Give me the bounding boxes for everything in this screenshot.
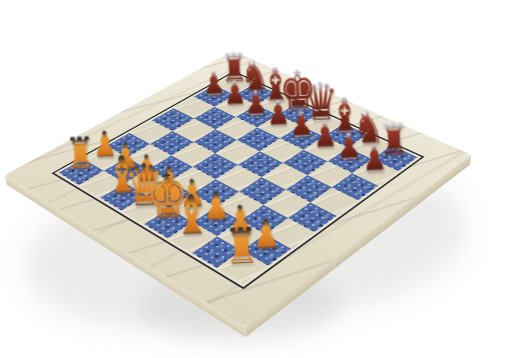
square-h7: ♟ (353, 159, 399, 185)
red-pawn-glyph: ♟ (312, 116, 338, 152)
playfield: ♜♞♝♚♛♝♞♜♟♟♟♟♟♟♟♟♟♟♟♟♟♟♟♟♜♞♝♛♚♝♞♜ (52, 71, 425, 289)
scene: ♜♞♝♚♛♝♞♜♟♟♟♟♟♟♟♟♟♟♟♟♟♟♟♟♜♞♝♛♚♝♞♜ (0, 0, 507, 358)
red-pawn-glyph: ♟ (266, 95, 291, 130)
red-pawn-glyph: ♟ (244, 85, 268, 120)
scene-rotation: ♜♞♝♚♛♝♞♜♟♟♟♟♟♟♟♟♟♟♟♟♟♟♟♟♜♞♝♛♚♝♞♜ (0, 0, 507, 358)
board-slab: ♜♞♝♚♛♝♞♜♟♟♟♟♟♟♟♟♟♟♟♟♟♟♟♟♜♞♝♛♚♝♞♜ (5, 51, 471, 327)
orange-rook-glyph: ♜ (224, 222, 259, 273)
red-pawn-glyph: ♟ (362, 139, 388, 177)
red-pawn-glyph: ♟ (289, 106, 314, 142)
red-pawn-glyph: ♟ (337, 128, 363, 165)
square-h4 (288, 203, 336, 232)
